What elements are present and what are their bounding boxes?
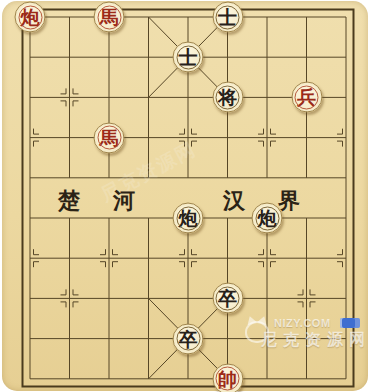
piece-red-cannon[interactable]: 炮: [15, 2, 46, 33]
river-label-chu-he: 楚河: [58, 186, 168, 210]
piece-black-soldier[interactable]: 卒: [173, 323, 204, 354]
piece-red-horse[interactable]: 馬: [94, 2, 125, 33]
piece-red-soldier[interactable]: 兵: [291, 82, 322, 113]
piece-character: 士: [218, 8, 237, 27]
piece-black-advisor[interactable]: 士: [212, 2, 243, 33]
piece-character: 士: [179, 48, 198, 67]
piece-red-horse[interactable]: 馬: [94, 122, 125, 153]
piece-character: 炮: [258, 209, 277, 228]
screenshot-stage: 尼克资源网 楚河 汉界 炮馬士士将兵馬炮炮卒卒帥 NIZY.COM 尼克资源网: [0, 0, 372, 392]
piece-character: 卒: [179, 330, 198, 349]
piece-character: 帥: [218, 370, 237, 389]
piece-character: 卒: [218, 289, 237, 308]
piece-character: 炮: [21, 8, 40, 27]
piece-black-cannon[interactable]: 炮: [173, 203, 204, 234]
xiangqi-board[interactable]: 尼克资源网 楚河 汉界 炮馬士士将兵馬炮炮卒卒帥 NIZY.COM 尼克资源网: [2, 1, 368, 391]
piece-character: 将: [218, 88, 237, 107]
piece-black-advisor[interactable]: 士: [173, 42, 204, 73]
piece-black-general[interactable]: 将: [212, 82, 243, 113]
piece-character: 馬: [100, 8, 119, 27]
piece-red-general[interactable]: 帥: [212, 363, 243, 392]
piece-character: 炮: [179, 209, 198, 228]
piece-character: 兵: [297, 88, 316, 107]
piece-black-soldier[interactable]: 卒: [212, 283, 243, 314]
piece-character: 馬: [100, 129, 119, 148]
piece-black-cannon[interactable]: 炮: [252, 203, 283, 234]
